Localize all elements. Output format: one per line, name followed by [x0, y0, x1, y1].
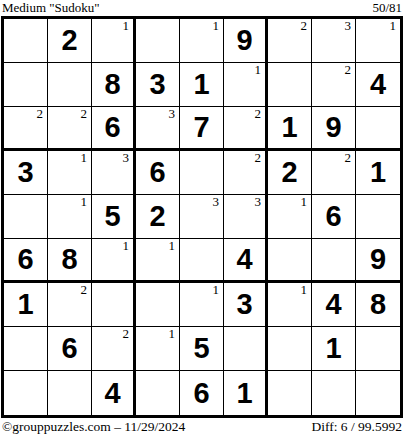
pencil-mark: 1 — [213, 283, 220, 297]
pencil-mark: 2 — [345, 63, 352, 77]
cell-r9c5[interactable]: 6 — [180, 371, 224, 415]
cell-value: 7 — [180, 107, 223, 148]
cell-r3c3[interactable]: 6 — [92, 107, 136, 151]
cell-r7c4[interactable] — [136, 283, 180, 327]
cell-value: 1 — [4, 283, 47, 326]
copyright-text: ©grouppuzzles.com – 11/29/2024 — [2, 419, 185, 435]
cell-value: 1 — [180, 63, 223, 106]
pencil-mark: 2 — [81, 283, 88, 297]
cell-value: 1 — [312, 327, 355, 370]
cell-r9c1[interactable] — [4, 371, 48, 415]
cell-r5c8[interactable]: 6 — [312, 195, 356, 239]
cell-value: 8 — [48, 239, 91, 280]
cell-r3c8[interactable]: 9 — [312, 107, 356, 151]
cell-r1c7[interactable]: 2 — [268, 19, 312, 63]
cell-r4c1[interactable]: 3 — [4, 151, 48, 195]
cell-value: 5 — [92, 195, 133, 238]
cell-r4c3[interactable]: 3 — [92, 151, 136, 195]
cell-r7c6[interactable]: 3 — [224, 283, 268, 327]
cell-r4c4[interactable]: 6 — [136, 151, 180, 195]
cell-r3c4[interactable]: 3 — [136, 107, 180, 151]
cell-value: 6 — [136, 151, 179, 194]
pencil-mark: 2 — [255, 151, 262, 165]
cell-value: 9 — [356, 239, 400, 280]
cell-r8c8[interactable]: 1 — [312, 327, 356, 371]
cell-value: 6 — [48, 327, 91, 370]
cell-r1c3[interactable]: 1 — [92, 19, 136, 63]
pencil-mark: 3 — [345, 19, 352, 33]
cell-r9c9[interactable] — [356, 371, 400, 415]
pencil-mark: 1 — [301, 195, 308, 209]
cell-r6c3[interactable]: 1 — [92, 239, 136, 283]
pencil-mark: 1 — [255, 63, 262, 77]
pencil-mark: 1 — [390, 19, 397, 33]
cell-r4c9[interactable]: 1 — [356, 151, 400, 195]
cell-r7c8[interactable]: 4 — [312, 283, 356, 327]
cell-value: 4 — [92, 371, 133, 415]
cell-value: 2 — [136, 195, 179, 238]
cell-r9c6[interactable]: 1 — [224, 371, 268, 415]
pencil-mark: 1 — [81, 195, 88, 209]
cell-counter: 50/81 — [372, 0, 402, 15]
cell-value: 1 — [356, 151, 400, 194]
cell-value: 8 — [356, 283, 400, 326]
cell-r9c2[interactable] — [48, 371, 92, 415]
cell-r7c1[interactable]: 1 — [4, 283, 48, 327]
cell-r6c9[interactable]: 9 — [356, 239, 400, 283]
pencil-mark: 1 — [169, 239, 176, 253]
cell-r8c3[interactable]: 2 — [92, 327, 136, 371]
cell-r9c7[interactable] — [268, 371, 312, 415]
cell-value: 3 — [224, 283, 265, 326]
cell-r5c5[interactable]: 3 — [180, 195, 224, 239]
cell-r2c6[interactable]: 1 — [224, 63, 268, 107]
cell-r5c7[interactable]: 1 — [268, 195, 312, 239]
pencil-mark: 2 — [345, 151, 352, 165]
cell-r5c4[interactable]: 2 — [136, 195, 180, 239]
cell-value: 2 — [48, 19, 91, 62]
cell-r3c6[interactable]: 2 — [224, 107, 268, 151]
cell-r1c9[interactable]: 1 — [356, 19, 400, 63]
pencil-mark: 2 — [123, 327, 130, 341]
puzzle-page: Medium "Sudoku" 50/81 211923183112422637… — [0, 0, 403, 437]
cell-r3c5[interactable]: 7 — [180, 107, 224, 151]
pencil-mark: 2 — [301, 19, 308, 33]
pencil-mark: 2 — [81, 107, 88, 121]
pencil-mark: 3 — [123, 151, 130, 165]
cell-r3c2[interactable]: 2 — [48, 107, 92, 151]
cell-r2c5[interactable]: 1 — [180, 63, 224, 107]
cell-r6c7[interactable] — [268, 239, 312, 283]
cell-r2c7[interactable] — [268, 63, 312, 107]
cell-r8c5[interactable]: 5 — [180, 327, 224, 371]
cell-value: 6 — [180, 371, 223, 415]
cell-value: 3 — [4, 151, 47, 194]
cell-r8c4[interactable]: 1 — [136, 327, 180, 371]
cell-value: 6 — [92, 107, 133, 148]
cell-r6c4[interactable]: 1 — [136, 239, 180, 283]
cell-value: 4 — [356, 63, 400, 106]
cell-r6c2[interactable]: 8 — [48, 239, 92, 283]
cell-value: 6 — [4, 239, 47, 280]
cell-value: 5 — [180, 327, 223, 370]
pencil-mark: 1 — [301, 283, 308, 297]
cell-r9c4[interactable] — [136, 371, 180, 415]
cell-r8c6[interactable] — [224, 327, 268, 371]
cell-r8c9[interactable] — [356, 327, 400, 371]
cell-r2c8[interactable]: 2 — [312, 63, 356, 107]
header: Medium "Sudoku" 50/81 — [2, 0, 402, 16]
cell-r3c9[interactable] — [356, 107, 400, 151]
cell-value: 4 — [224, 239, 265, 280]
cell-r7c5[interactable]: 1 — [180, 283, 224, 327]
cell-r5c1[interactable] — [4, 195, 48, 239]
pencil-mark: 1 — [169, 327, 176, 341]
footer: ©grouppuzzles.com – 11/29/2024 Diff: 6 /… — [2, 419, 402, 435]
cell-r4c6[interactable]: 2 — [224, 151, 268, 195]
cell-r3c1[interactable]: 2 — [4, 107, 48, 151]
cell-value: 9 — [312, 107, 355, 148]
cell-value: 3 — [136, 63, 179, 106]
cell-r3c7[interactable]: 1 — [268, 107, 312, 151]
sudoku-board: 2119231831124226372193136222115233166811… — [1, 16, 403, 418]
cell-value: 9 — [224, 19, 265, 62]
cell-r6c6[interactable]: 4 — [224, 239, 268, 283]
cell-value: 4 — [312, 283, 355, 326]
cell-r4c8[interactable]: 2 — [312, 151, 356, 195]
cell-r6c8[interactable] — [312, 239, 356, 283]
pencil-mark: 2 — [255, 107, 262, 121]
cell-r2c3[interactable]: 8 — [92, 63, 136, 107]
cell-r2c1[interactable] — [4, 63, 48, 107]
cell-r6c5[interactable] — [180, 239, 224, 283]
cell-r7c3[interactable] — [92, 283, 136, 327]
cell-r7c7[interactable]: 1 — [268, 283, 312, 327]
puzzle-title: Medium "Sudoku" — [2, 0, 100, 15]
cell-r7c9[interactable]: 8 — [356, 283, 400, 327]
pencil-mark: 1 — [123, 239, 130, 253]
cell-value: 1 — [224, 371, 265, 415]
cell-r4c5[interactable] — [180, 151, 224, 195]
pencil-mark: 1 — [81, 151, 88, 165]
pencil-mark: 2 — [37, 107, 44, 121]
cell-r1c8[interactable]: 3 — [312, 19, 356, 63]
cell-r4c7[interactable]: 2 — [268, 151, 312, 195]
cell-r1c5[interactable]: 1 — [180, 19, 224, 63]
cell-value: 6 — [312, 195, 355, 238]
cell-r7c2[interactable]: 2 — [48, 283, 92, 327]
difficulty-text: Diff: 6 / 99.5992 — [312, 419, 403, 435]
cell-r4c2[interactable]: 1 — [48, 151, 92, 195]
cell-r5c3[interactable]: 5 — [92, 195, 136, 239]
cell-r5c2[interactable]: 1 — [48, 195, 92, 239]
cell-r2c4[interactable]: 3 — [136, 63, 180, 107]
cell-r1c1[interactable] — [4, 19, 48, 63]
cell-r5c9[interactable] — [356, 195, 400, 239]
pencil-mark: 1 — [123, 19, 130, 33]
cell-r9c3[interactable]: 4 — [92, 371, 136, 415]
pencil-mark: 3 — [169, 107, 176, 121]
cell-r1c2[interactable]: 2 — [48, 19, 92, 63]
cell-r5c6[interactable]: 3 — [224, 195, 268, 239]
cell-r2c2[interactable] — [48, 63, 92, 107]
cell-value: 1 — [268, 107, 311, 148]
cell-value: 8 — [92, 63, 133, 106]
pencil-mark: 3 — [213, 195, 220, 209]
cell-r2c9[interactable]: 4 — [356, 63, 400, 107]
pencil-mark: 3 — [255, 195, 262, 209]
cell-r8c2[interactable]: 6 — [48, 327, 92, 371]
cell-r1c4[interactable] — [136, 19, 180, 63]
cell-r6c1[interactable]: 6 — [4, 239, 48, 283]
pencil-mark: 1 — [213, 19, 220, 33]
cell-r8c1[interactable] — [4, 327, 48, 371]
cell-r9c8[interactable] — [312, 371, 356, 415]
cell-value: 2 — [268, 151, 311, 194]
cell-r8c7[interactable] — [268, 327, 312, 371]
cell-r1c6[interactable]: 9 — [224, 19, 268, 63]
